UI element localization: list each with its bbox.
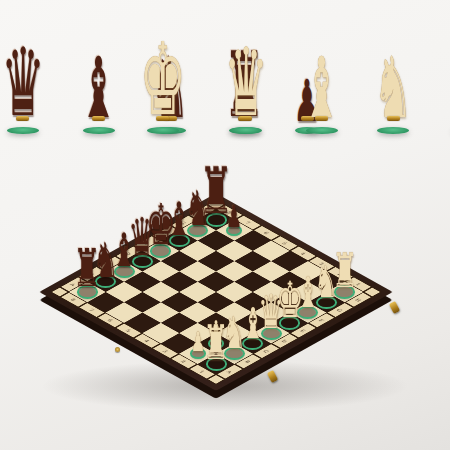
brass-ring (315, 116, 328, 121)
brass-ring (16, 116, 29, 121)
lineup-light-queen: ♛ (204, 36, 288, 134)
chessboard: 8877665544332211HHGGFFEEDDCCBBAA (39, 193, 393, 391)
lineup-light-king: ♚ (118, 30, 208, 134)
light-king-figure: ♚ (139, 30, 186, 130)
lineup-light-rook: ♜ (427, 40, 450, 134)
lineup-light-bishop: ♝ (284, 46, 359, 134)
lineup-light-knight: ♞ (355, 45, 431, 134)
brass-ring (92, 116, 105, 121)
brass-latch-icon (389, 301, 400, 314)
brass-hinge-icon (115, 347, 120, 352)
brass-ring (387, 116, 400, 121)
lineup-dark-queen: ♛ (0, 36, 65, 134)
brass-ring (156, 116, 169, 121)
product-photo-scene: ♚♛♝♞♜♟ ♚♛♝♞♜♟ 8877665544332211HHGGFFEEDD… (0, 0, 450, 450)
lineup-light-pieces: ♚♛♝♞♜♟ (224, 0, 450, 134)
brass-ring (239, 116, 252, 121)
